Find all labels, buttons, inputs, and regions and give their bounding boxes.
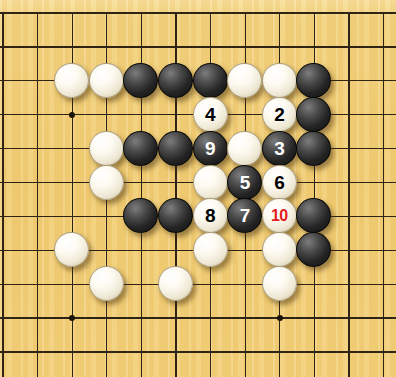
stone-white[interactable] <box>193 165 228 200</box>
grid-line-horizontal <box>0 351 396 352</box>
grid-line-vertical <box>348 12 349 377</box>
move-number-label: 3 <box>274 132 284 165</box>
stone-black[interactable] <box>123 131 158 166</box>
stone-black[interactable] <box>296 232 331 267</box>
grid-line-vertical <box>383 12 384 377</box>
stone-white[interactable] <box>54 63 89 98</box>
stone-white[interactable] <box>89 131 124 166</box>
stone-black[interactable] <box>296 97 331 132</box>
stone-white-move-2[interactable]: 2 <box>262 97 297 132</box>
stone-white[interactable] <box>227 63 262 98</box>
grid-line-horizontal <box>0 46 396 47</box>
grid-line-horizontal <box>0 317 396 318</box>
stone-white[interactable] <box>262 63 297 98</box>
stone-black[interactable] <box>158 131 193 166</box>
stone-white[interactable] <box>227 131 262 166</box>
grid-line-horizontal <box>0 284 396 285</box>
stone-black[interactable] <box>296 63 331 98</box>
stone-black-move-3[interactable]: 3 <box>262 131 297 166</box>
move-number-label: 7 <box>240 199 250 232</box>
star-point <box>69 315 75 321</box>
move-number-label: 5 <box>240 166 250 199</box>
move-number-label: 4 <box>205 98 215 131</box>
stone-black-move-5[interactable]: 5 <box>227 165 262 200</box>
stone-white-move-4[interactable]: 4 <box>193 97 228 132</box>
stone-black-move-9[interactable]: 9 <box>193 131 228 166</box>
grid-line-vertical <box>2 12 3 377</box>
grid-line-horizontal <box>0 12 396 13</box>
stone-black[interactable] <box>123 198 158 233</box>
stone-white[interactable] <box>89 165 124 200</box>
stone-white[interactable] <box>262 232 297 267</box>
stone-white[interactable] <box>193 232 228 267</box>
stone-black[interactable] <box>158 198 193 233</box>
stone-black[interactable] <box>123 63 158 98</box>
stone-black-move-7[interactable]: 7 <box>227 198 262 233</box>
stone-black[interactable] <box>296 131 331 166</box>
star-point <box>69 112 75 118</box>
go-board[interactable]: 4293568710 <box>0 0 396 377</box>
stone-black[interactable] <box>296 198 331 233</box>
move-number-label: 9 <box>205 132 215 165</box>
move-number-label: 2 <box>274 98 284 131</box>
stone-white[interactable] <box>158 266 193 301</box>
move-number-label: 8 <box>205 199 215 232</box>
stone-white-move-6[interactable]: 6 <box>262 165 297 200</box>
stone-white[interactable] <box>262 266 297 301</box>
grid-line-vertical <box>37 12 38 377</box>
stone-white-move-8[interactable]: 8 <box>193 198 228 233</box>
star-point <box>277 315 283 321</box>
stone-black[interactable] <box>193 63 228 98</box>
move-number-label: 6 <box>274 166 284 199</box>
stone-white-move-10[interactable]: 10 <box>262 198 297 233</box>
move-number-label: 10 <box>271 199 288 232</box>
stone-white[interactable] <box>54 232 89 267</box>
stone-white[interactable] <box>89 266 124 301</box>
stone-black[interactable] <box>158 63 193 98</box>
stone-white[interactable] <box>89 63 124 98</box>
